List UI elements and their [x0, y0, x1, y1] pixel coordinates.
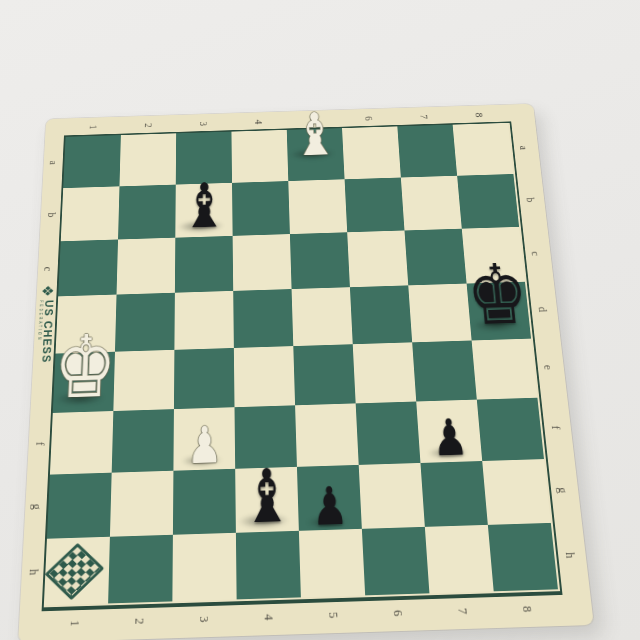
coordinate-label-left-b: b: [40, 188, 64, 242]
coordinate-label-top-1: 1: [66, 117, 122, 137]
square-g6[interactable]: [359, 463, 425, 529]
square-h1[interactable]: [44, 537, 110, 606]
piece-black-king-d8[interactable]: ♚: [464, 258, 532, 334]
coordinate-label-bottom-4: 4: [237, 597, 302, 636]
square-g4[interactable]: ♝: [235, 467, 299, 533]
square-e8[interactable]: [472, 339, 538, 400]
square-e3[interactable]: [174, 348, 235, 409]
coordinate-label-top-8: 8: [451, 105, 508, 125]
coordinate-label-top-6: 6: [341, 108, 397, 128]
square-g2[interactable]: [110, 471, 174, 537]
coordinate-label-left-g: g: [24, 475, 50, 540]
square-b6[interactable]: [345, 178, 405, 233]
square-a1[interactable]: [63, 135, 121, 188]
coordinate-label-bottom-1: 1: [42, 603, 108, 640]
coordinate-label-bottom-6: 6: [365, 593, 432, 632]
coordinate-label-left-a: a: [42, 137, 65, 189]
square-f6[interactable]: [356, 402, 421, 465]
square-h2[interactable]: [108, 535, 173, 604]
square-f5[interactable]: [295, 403, 359, 466]
square-c4[interactable]: [233, 234, 292, 291]
coordinate-label-left-h: h: [20, 539, 47, 606]
square-g1[interactable]: [47, 473, 112, 539]
square-a4[interactable]: [231, 130, 288, 183]
piece-black-bishop-g4[interactable]: ♝: [241, 463, 293, 531]
square-f7[interactable]: ♟: [416, 400, 482, 463]
square-g5[interactable]: ♟: [297, 465, 362, 531]
square-d2[interactable]: [115, 293, 175, 352]
square-e1[interactable]: ♚: [53, 352, 115, 413]
square-e4[interactable]: [234, 346, 295, 407]
coordinate-label-bottom-5: 5: [301, 595, 367, 634]
square-a7[interactable]: [397, 125, 457, 178]
board-perspective-wrapper: ❖ US CHESS FEDERATION 1234567812345678ab…: [18, 104, 594, 640]
square-b7[interactable]: [401, 176, 462, 231]
uschess-knot-logo: [44, 542, 104, 599]
square-b2[interactable]: [118, 185, 176, 240]
square-h5[interactable]: [299, 529, 365, 598]
square-e7[interactable]: [412, 340, 477, 401]
coordinate-label-top-2: 2: [121, 115, 176, 135]
square-e6[interactable]: [353, 342, 417, 403]
square-c6[interactable]: [347, 230, 408, 287]
square-h6[interactable]: [362, 527, 430, 596]
piece-black-pawn-g5[interactable]: ♟: [311, 482, 349, 530]
square-b4[interactable]: [232, 181, 290, 236]
square-a5[interactable]: ♝: [287, 128, 345, 181]
piece-white-king-e1[interactable]: ♚: [52, 328, 117, 407]
square-e5[interactable]: [293, 344, 355, 405]
square-d4[interactable]: [233, 289, 293, 348]
square-a2[interactable]: [119, 133, 176, 186]
coordinate-label-bottom-2: 2: [107, 601, 172, 640]
square-f3[interactable]: ♟: [173, 407, 235, 471]
coordinate-label-bottom-3: 3: [172, 599, 237, 638]
coordinate-label-bottom-7: 7: [429, 591, 496, 630]
square-a8[interactable]: [453, 123, 514, 176]
square-c7[interactable]: [404, 229, 466, 286]
square-a6[interactable]: [342, 126, 401, 179]
square-g3[interactable]: [173, 469, 236, 535]
piece-white-pawn-f3[interactable]: ♟: [187, 422, 223, 469]
square-c1[interactable]: [58, 239, 118, 296]
square-g7[interactable]: [420, 461, 487, 527]
coordinate-label-bottom-8: 8: [494, 589, 562, 628]
square-c3[interactable]: [175, 236, 233, 293]
square-d6[interactable]: [350, 285, 412, 344]
square-h8[interactable]: [488, 523, 558, 591]
square-b3[interactable]: ♝: [175, 183, 232, 238]
chess-mat: ❖ US CHESS FEDERATION 1234567812345678ab…: [18, 104, 594, 640]
coordinate-label-top-7: 7: [396, 106, 453, 126]
square-f8[interactable]: [477, 398, 544, 461]
square-h4[interactable]: [236, 531, 301, 600]
square-b8[interactable]: [457, 174, 519, 229]
uschess-knot-icon: ❖: [40, 285, 56, 297]
square-d7[interactable]: [408, 284, 471, 343]
piece-white-bishop-a5[interactable]: ♝: [291, 108, 338, 162]
square-c5[interactable]: [290, 232, 350, 289]
square-d3[interactable]: [174, 291, 233, 350]
coordinate-label-right-a: a: [508, 122, 541, 174]
piece-black-pawn-f7[interactable]: ♟: [430, 414, 469, 460]
square-d8[interactable]: ♚: [467, 282, 531, 341]
square-g8[interactable]: [482, 459, 551, 525]
coordinate-label-right-b: b: [513, 173, 547, 227]
square-b5[interactable]: [288, 179, 347, 234]
square-h7[interactable]: [425, 525, 494, 593]
coordinate-label-top-4: 4: [231, 112, 286, 132]
square-f1[interactable]: [50, 411, 113, 475]
coordinate-label-left-f: f: [27, 413, 53, 475]
coordinate-label-top-3: 3: [176, 113, 231, 133]
square-c2[interactable]: [117, 238, 176, 295]
square-d5[interactable]: [292, 287, 353, 346]
square-f2[interactable]: [112, 409, 174, 473]
square-b1[interactable]: [61, 186, 120, 241]
piece-black-bishop-b3[interactable]: ♝: [181, 178, 228, 234]
square-e2[interactable]: [113, 350, 174, 411]
table-surface: ❖ US CHESS FEDERATION 1234567812345678ab…: [0, 0, 640, 640]
square-h3[interactable]: [172, 533, 236, 602]
